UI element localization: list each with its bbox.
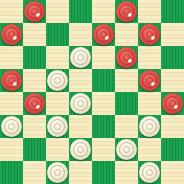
- square-r2c5[interactable]: [115, 46, 138, 69]
- square-r3c6[interactable]: [138, 69, 161, 92]
- red-piece[interactable]: [116, 47, 137, 68]
- red-piece[interactable]: [1, 24, 22, 45]
- square-r4c5[interactable]: [115, 92, 138, 115]
- square-r6c3[interactable]: [69, 138, 92, 161]
- square-r0c6: [138, 0, 161, 23]
- square-r6c1[interactable]: [23, 138, 46, 161]
- square-r5c0[interactable]: [0, 115, 23, 138]
- square-r5c6[interactable]: [138, 115, 161, 138]
- square-r5c2[interactable]: [46, 115, 69, 138]
- square-r6c7[interactable]: [161, 138, 184, 161]
- square-r3c2[interactable]: [46, 69, 69, 92]
- red-piece[interactable]: [116, 1, 137, 22]
- square-r1c2[interactable]: [46, 23, 69, 46]
- square-r1c1: [23, 23, 46, 46]
- white-piece[interactable]: [139, 162, 160, 183]
- white-piece[interactable]: [47, 162, 68, 183]
- square-r4c0: [0, 92, 23, 115]
- red-piece[interactable]: [24, 93, 45, 114]
- square-r6c5[interactable]: [115, 138, 138, 161]
- square-r4c7[interactable]: [161, 92, 184, 115]
- white-piece[interactable]: [70, 93, 91, 114]
- red-piece[interactable]: [139, 24, 160, 45]
- square-r7c6[interactable]: [138, 161, 161, 184]
- red-piece[interactable]: [24, 1, 45, 22]
- square-r7c7: [161, 161, 184, 184]
- square-r5c7: [161, 115, 184, 138]
- square-r3c0[interactable]: [0, 69, 23, 92]
- square-r4c4: [92, 92, 115, 115]
- square-r0c0: [0, 0, 23, 23]
- square-r6c0: [0, 138, 23, 161]
- checkers-board: [0, 0, 184, 184]
- square-r2c2: [46, 46, 69, 69]
- square-r3c7: [161, 69, 184, 92]
- white-piece[interactable]: [1, 116, 22, 137]
- square-r7c5: [115, 161, 138, 184]
- square-r2c1[interactable]: [23, 46, 46, 69]
- square-r1c6[interactable]: [138, 23, 161, 46]
- square-r5c3: [69, 115, 92, 138]
- square-r3c3: [69, 69, 92, 92]
- square-r1c0[interactable]: [0, 23, 23, 46]
- square-r2c7[interactable]: [161, 46, 184, 69]
- square-r2c0: [0, 46, 23, 69]
- square-r1c4[interactable]: [92, 23, 115, 46]
- square-r1c5: [115, 23, 138, 46]
- white-piece[interactable]: [70, 47, 91, 68]
- square-r0c2: [46, 0, 69, 23]
- square-r7c2[interactable]: [46, 161, 69, 184]
- square-r2c4: [92, 46, 115, 69]
- square-r0c3[interactable]: [69, 0, 92, 23]
- square-r6c4: [92, 138, 115, 161]
- red-piece[interactable]: [93, 24, 114, 45]
- square-r1c3: [69, 23, 92, 46]
- square-r7c4[interactable]: [92, 161, 115, 184]
- white-piece[interactable]: [139, 116, 160, 137]
- square-r4c2: [46, 92, 69, 115]
- square-r1c7: [161, 23, 184, 46]
- square-r0c5[interactable]: [115, 0, 138, 23]
- square-r5c1: [23, 115, 46, 138]
- square-r0c7[interactable]: [161, 0, 184, 23]
- square-r3c4[interactable]: [92, 69, 115, 92]
- red-piece[interactable]: [1, 70, 22, 91]
- white-piece[interactable]: [116, 139, 137, 160]
- red-piece[interactable]: [162, 93, 183, 114]
- square-r2c6: [138, 46, 161, 69]
- square-r6c6: [138, 138, 161, 161]
- square-r0c1[interactable]: [23, 0, 46, 23]
- square-r0c4: [92, 0, 115, 23]
- square-r2c3[interactable]: [69, 46, 92, 69]
- square-r4c3[interactable]: [69, 92, 92, 115]
- square-r7c1: [23, 161, 46, 184]
- square-r5c4[interactable]: [92, 115, 115, 138]
- square-r7c0[interactable]: [0, 161, 23, 184]
- square-r4c6: [138, 92, 161, 115]
- square-r4c1[interactable]: [23, 92, 46, 115]
- square-r5c5: [115, 115, 138, 138]
- square-r7c3: [69, 161, 92, 184]
- red-piece[interactable]: [139, 70, 160, 91]
- white-piece[interactable]: [47, 116, 68, 137]
- white-piece[interactable]: [47, 70, 68, 91]
- square-r3c5: [115, 69, 138, 92]
- square-r3c1: [23, 69, 46, 92]
- white-piece[interactable]: [70, 139, 91, 160]
- square-r6c2: [46, 138, 69, 161]
